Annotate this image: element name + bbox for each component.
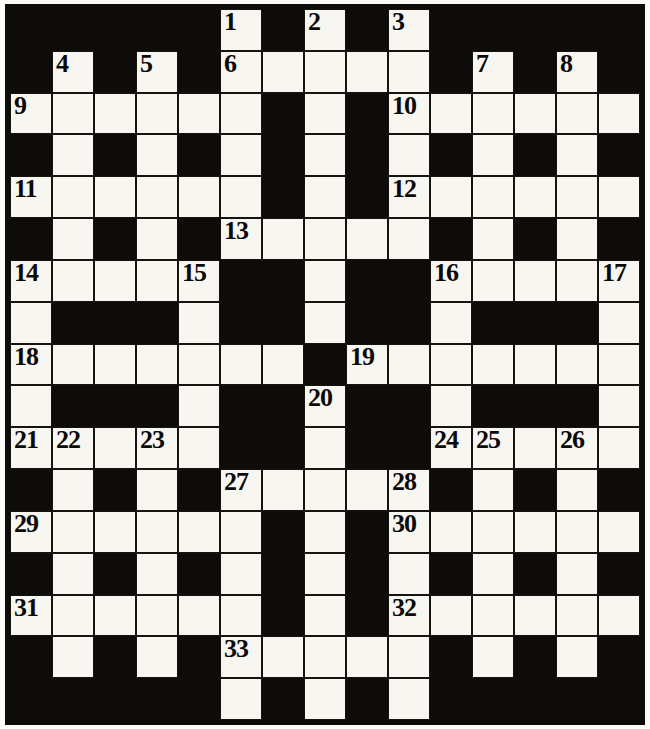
black-cell-r2c11 [430,51,472,93]
white-cell-r8c5[interactable] [178,302,220,344]
black-cell-r12c3 [94,469,136,511]
white-cell-r7c12[interactable] [472,260,514,302]
white-cell-r6c10[interactable] [388,218,430,260]
clue-number-23: 23 [140,427,164,453]
white-cell-r10c11[interactable] [430,385,472,427]
white-cell-r16c6[interactable]: 33 [220,636,262,678]
clue-number-25: 25 [476,427,500,453]
white-cell-r16c2[interactable] [52,636,94,678]
black-cell-r17c4 [136,678,178,720]
white-cell-r3c11[interactable] [430,93,472,135]
black-cell-r6c1 [10,218,52,260]
white-cell-r17c10[interactable] [388,678,430,720]
black-cell-r17c2 [52,678,94,720]
black-cell-r5c9 [346,176,388,218]
black-cell-r10c13 [514,385,556,427]
clue-number-6: 6 [224,51,236,77]
white-cell-r2c12[interactable]: 7 [472,51,514,93]
white-cell-r4c8[interactable] [304,134,346,176]
white-cell-r8c11[interactable] [430,302,472,344]
white-cell-r7c11[interactable]: 16 [430,260,472,302]
white-cell-r3c2[interactable] [52,93,94,135]
clue-number-7: 7 [476,51,488,77]
white-cell-r14c14[interactable] [556,553,598,595]
black-cell-r2c1 [10,51,52,93]
white-cell-r2c4[interactable]: 5 [136,51,178,93]
black-cell-r6c15 [598,218,640,260]
white-cell-r5c10[interactable]: 12 [388,176,430,218]
white-cell-r9c2[interactable] [52,344,94,386]
black-cell-r8c3 [94,302,136,344]
black-cell-r17c1 [10,678,52,720]
white-cell-r2c10[interactable] [388,51,430,93]
black-cell-r8c13 [514,302,556,344]
white-cell-r6c12[interactable] [472,218,514,260]
clue-number-1: 1 [224,9,236,35]
white-cell-r1c6[interactable]: 1 [220,9,262,51]
white-cell-r5c3[interactable] [94,176,136,218]
white-cell-r3c10[interactable]: 10 [388,93,430,135]
black-cell-r17c12 [472,678,514,720]
clue-number-26: 26 [560,427,584,453]
white-cell-r10c8[interactable]: 20 [304,385,346,427]
white-cell-r5c6[interactable] [220,176,262,218]
white-cell-r15c2[interactable] [52,595,94,637]
clue-number-9: 9 [14,93,26,119]
white-cell-r9c10[interactable] [388,344,430,386]
white-cell-r3c3[interactable] [94,93,136,135]
white-cell-r13c3[interactable] [94,511,136,553]
black-cell-r14c11 [430,553,472,595]
black-cell-r10c9 [346,385,388,427]
white-cell-r9c1[interactable]: 18 [10,344,52,386]
white-cell-r15c14[interactable] [556,595,598,637]
white-cell-r5c11[interactable] [430,176,472,218]
white-cell-r7c15[interactable]: 17 [598,260,640,302]
black-cell-r16c5 [178,636,220,678]
white-cell-r12c9[interactable] [346,469,388,511]
white-cell-r14c2[interactable] [52,553,94,595]
black-cell-r1c2 [52,9,94,51]
black-cell-r2c3 [94,51,136,93]
black-cell-r11c7 [262,427,304,469]
clue-number-4: 4 [56,51,68,77]
clue-number-11: 11 [14,176,37,202]
black-cell-r8c14 [556,302,598,344]
white-cell-r2c14[interactable]: 8 [556,51,598,93]
black-cell-r1c11 [430,9,472,51]
black-cell-r2c13 [514,51,556,93]
clue-number-14: 14 [14,260,38,286]
white-cell-r11c15[interactable] [598,427,640,469]
white-cell-r6c9[interactable] [346,218,388,260]
black-cell-r16c3 [94,636,136,678]
clue-number-2: 2 [308,9,320,35]
white-cell-r16c4[interactable] [136,636,178,678]
black-cell-r17c3 [94,678,136,720]
black-cell-r17c5 [178,678,220,720]
white-cell-r14c8[interactable] [304,553,346,595]
white-cell-r12c10[interactable]: 28 [388,469,430,511]
black-cell-r14c3 [94,553,136,595]
white-cell-r8c15[interactable] [598,302,640,344]
white-cell-r13c4[interactable] [136,511,178,553]
black-cell-r2c15 [598,51,640,93]
white-cell-r14c10[interactable] [388,553,430,595]
black-cell-r12c11 [430,469,472,511]
white-cell-r6c2[interactable] [52,218,94,260]
black-cell-r14c13 [514,553,556,595]
white-cell-r13c13[interactable] [514,511,556,553]
white-cell-r2c7[interactable] [262,51,304,93]
white-cell-r14c12[interactable] [472,553,514,595]
black-cell-r10c14 [556,385,598,427]
black-cell-r13c7 [262,511,304,553]
white-cell-r13c8[interactable] [304,511,346,553]
clue-number-29: 29 [14,511,38,537]
white-cell-r13c6[interactable] [220,511,262,553]
black-cell-r17c9 [346,678,388,720]
black-cell-r4c9 [346,134,388,176]
black-cell-r6c13 [514,218,556,260]
white-cell-r5c2[interactable] [52,176,94,218]
clue-number-19: 19 [350,344,374,370]
clue-number-5: 5 [140,51,152,77]
white-cell-r11c2[interactable]: 22 [52,427,94,469]
clue-number-18: 18 [14,344,38,370]
black-cell-r16c15 [598,636,640,678]
white-cell-r9c5[interactable] [178,344,220,386]
white-cell-r15c5[interactable] [178,595,220,637]
black-cell-r11c10 [388,427,430,469]
clue-number-10: 10 [392,93,416,119]
white-cell-r12c7[interactable] [262,469,304,511]
white-cell-r12c14[interactable] [556,469,598,511]
white-cell-r4c10[interactable] [388,134,430,176]
white-cell-r3c6[interactable] [220,93,262,135]
white-cell-r4c2[interactable] [52,134,94,176]
white-cell-r15c11[interactable] [430,595,472,637]
clue-number-20: 20 [308,385,332,411]
black-cell-r17c7 [262,678,304,720]
white-cell-r7c4[interactable] [136,260,178,302]
white-cell-r3c5[interactable] [178,93,220,135]
black-cell-r8c4 [136,302,178,344]
black-cell-r12c15 [598,469,640,511]
white-cell-r10c1[interactable] [10,385,52,427]
clue-number-17: 17 [602,260,626,286]
black-cell-r8c9 [346,302,388,344]
black-cell-r13c9 [346,511,388,553]
black-cell-r8c10 [388,302,430,344]
white-cell-r5c15[interactable] [598,176,640,218]
clue-number-32: 32 [392,595,416,621]
black-cell-r16c13 [514,636,556,678]
white-cell-r15c15[interactable] [598,595,640,637]
white-cell-r2c6[interactable]: 6 [220,51,262,93]
white-cell-r9c7[interactable] [262,344,304,386]
white-cell-r2c8[interactable] [304,51,346,93]
white-cell-r15c3[interactable] [94,595,136,637]
black-cell-r16c1 [10,636,52,678]
black-cell-r1c12 [472,9,514,51]
black-cell-r12c13 [514,469,556,511]
white-cell-r15c10[interactable]: 32 [388,595,430,637]
black-cell-r14c15 [598,553,640,595]
black-cell-r8c6 [220,302,262,344]
black-cell-r10c12 [472,385,514,427]
black-cell-r11c9 [346,427,388,469]
white-cell-r7c3[interactable] [94,260,136,302]
clue-number-15: 15 [182,260,206,286]
white-cell-r5c14[interactable] [556,176,598,218]
black-cell-r12c1 [10,469,52,511]
black-cell-r1c15 [598,9,640,51]
white-cell-r5c1[interactable]: 11 [10,176,52,218]
black-cell-r6c5 [178,218,220,260]
white-cell-r11c1[interactable]: 21 [10,427,52,469]
white-cell-r7c8[interactable] [304,260,346,302]
black-cell-r4c1 [10,134,52,176]
black-cell-r1c3 [94,9,136,51]
black-cell-r7c6 [220,260,262,302]
white-cell-r11c4[interactable]: 23 [136,427,178,469]
black-cell-r1c5 [178,9,220,51]
white-cell-r2c2[interactable]: 4 [52,51,94,93]
white-cell-r16c7[interactable] [262,636,304,678]
white-cell-r8c1[interactable] [10,302,52,344]
black-cell-r10c2 [52,385,94,427]
crossword-page: 1234567891011121314151617181920212223242… [0,0,650,729]
black-cell-r10c7 [262,385,304,427]
clue-number-27: 27 [224,469,248,495]
clue-number-8: 8 [560,51,572,77]
white-cell-r7c14[interactable] [556,260,598,302]
white-cell-r17c6[interactable] [220,678,262,720]
clue-number-24: 24 [434,427,458,453]
white-cell-r14c6[interactable] [220,553,262,595]
white-cell-r1c10[interactable]: 3 [388,9,430,51]
black-cell-r1c14 [556,9,598,51]
white-cell-r11c13[interactable] [514,427,556,469]
white-cell-r9c11[interactable] [430,344,472,386]
clue-number-33: 33 [224,636,248,662]
white-cell-r5c5[interactable] [178,176,220,218]
white-cell-r13c2[interactable] [52,511,94,553]
white-cell-r17c8[interactable] [304,678,346,720]
white-cell-r16c9[interactable] [346,636,388,678]
white-cell-r13c5[interactable] [178,511,220,553]
white-cell-r9c6[interactable] [220,344,262,386]
white-cell-r15c4[interactable] [136,595,178,637]
white-cell-r3c14[interactable] [556,93,598,135]
white-cell-r8c8[interactable] [304,302,346,344]
white-cell-r9c9[interactable]: 19 [346,344,388,386]
white-cell-r13c11[interactable] [430,511,472,553]
clue-number-16: 16 [434,260,458,286]
black-cell-r17c13 [514,678,556,720]
white-cell-r5c13[interactable] [514,176,556,218]
white-cell-r5c8[interactable] [304,176,346,218]
white-cell-r15c8[interactable] [304,595,346,637]
white-cell-r11c14[interactable]: 26 [556,427,598,469]
white-cell-r3c13[interactable] [514,93,556,135]
white-cell-r11c8[interactable] [304,427,346,469]
white-cell-r12c12[interactable] [472,469,514,511]
white-cell-r12c2[interactable] [52,469,94,511]
clue-number-3: 3 [392,9,404,35]
black-cell-r4c5 [178,134,220,176]
white-cell-r6c7[interactable] [262,218,304,260]
white-cell-r9c4[interactable] [136,344,178,386]
clue-number-22: 22 [56,427,80,453]
black-cell-r17c15 [598,678,640,720]
white-cell-r13c14[interactable] [556,511,598,553]
black-cell-r2c5 [178,51,220,93]
black-cell-r14c9 [346,553,388,595]
white-cell-r13c10[interactable]: 30 [388,511,430,553]
white-cell-r2c9[interactable] [346,51,388,93]
white-cell-r15c13[interactable] [514,595,556,637]
black-cell-r4c15 [598,134,640,176]
white-cell-r12c4[interactable] [136,469,178,511]
black-cell-r6c3 [94,218,136,260]
black-cell-r17c14 [556,678,598,720]
black-cell-r17c11 [430,678,472,720]
white-cell-r3c4[interactable] [136,93,178,135]
white-cell-r16c8[interactable] [304,636,346,678]
black-cell-r3c9 [346,93,388,135]
white-cell-r7c13[interactable] [514,260,556,302]
white-cell-r13c1[interactable]: 29 [10,511,52,553]
clue-number-31: 31 [14,595,38,621]
white-cell-r7c5[interactable]: 15 [178,260,220,302]
black-cell-r4c3 [94,134,136,176]
black-cell-r14c5 [178,553,220,595]
black-cell-r1c4 [136,9,178,51]
white-cell-r5c12[interactable] [472,176,514,218]
white-cell-r11c5[interactable] [178,427,220,469]
white-cell-r3c1[interactable]: 9 [10,93,52,135]
black-cell-r4c11 [430,134,472,176]
white-cell-r11c3[interactable] [94,427,136,469]
white-cell-r1c8[interactable]: 2 [304,9,346,51]
black-cell-r1c13 [514,9,556,51]
black-cell-r11c6 [220,427,262,469]
white-cell-r4c12[interactable] [472,134,514,176]
black-cell-r6c11 [430,218,472,260]
white-cell-r16c14[interactable] [556,636,598,678]
black-cell-r8c7 [262,302,304,344]
white-cell-r4c6[interactable] [220,134,262,176]
white-cell-r6c14[interactable] [556,218,598,260]
white-cell-r16c10[interactable] [388,636,430,678]
black-cell-r3c7 [262,93,304,135]
black-cell-r15c9 [346,595,388,637]
clue-number-30: 30 [392,511,416,537]
black-cell-r7c9 [346,260,388,302]
white-cell-r3c15[interactable] [598,93,640,135]
black-cell-r12c5 [178,469,220,511]
white-cell-r9c13[interactable] [514,344,556,386]
white-cell-r12c8[interactable] [304,469,346,511]
white-cell-r5c4[interactable] [136,176,178,218]
black-cell-r14c7 [262,553,304,595]
clue-number-13: 13 [224,218,248,244]
white-cell-r15c1[interactable]: 31 [10,595,52,637]
white-cell-r14c4[interactable] [136,553,178,595]
black-cell-r1c7 [262,9,304,51]
white-cell-r11c12[interactable]: 25 [472,427,514,469]
white-cell-r9c15[interactable] [598,344,640,386]
white-cell-r12c6[interactable]: 27 [220,469,262,511]
black-cell-r1c1 [10,9,52,51]
black-cell-r1c9 [346,9,388,51]
black-cell-r10c3 [94,385,136,427]
white-cell-r10c5[interactable] [178,385,220,427]
white-cell-r15c12[interactable] [472,595,514,637]
white-cell-r4c4[interactable] [136,134,178,176]
black-cell-r10c4 [136,385,178,427]
white-cell-r9c14[interactable] [556,344,598,386]
black-cell-r5c7 [262,176,304,218]
white-cell-r7c2[interactable] [52,260,94,302]
white-cell-r7c1[interactable]: 14 [10,260,52,302]
white-cell-r9c12[interactable] [472,344,514,386]
white-cell-r16c12[interactable] [472,636,514,678]
white-cell-r10c15[interactable] [598,385,640,427]
white-cell-r15c6[interactable] [220,595,262,637]
black-cell-r14c1 [10,553,52,595]
black-cell-r9c8 [304,344,346,386]
crossword-grid: 1234567891011121314151617181920212223242… [5,4,645,725]
clue-number-12: 12 [392,176,416,202]
black-cell-r16c11 [430,636,472,678]
white-cell-r6c8[interactable] [304,218,346,260]
black-cell-r4c13 [514,134,556,176]
clue-number-28: 28 [392,469,416,495]
white-cell-r6c6[interactable]: 13 [220,218,262,260]
black-cell-r7c10 [388,260,430,302]
black-cell-r8c2 [52,302,94,344]
clue-number-21: 21 [14,427,38,453]
white-cell-r3c8[interactable] [304,93,346,135]
white-cell-r13c12[interactable] [472,511,514,553]
white-cell-r3c12[interactable] [472,93,514,135]
white-cell-r6c4[interactable] [136,218,178,260]
white-cell-r13c15[interactable] [598,511,640,553]
black-cell-r10c6 [220,385,262,427]
black-cell-r8c12 [472,302,514,344]
black-cell-r4c7 [262,134,304,176]
black-cell-r15c7 [262,595,304,637]
white-cell-r9c3[interactable] [94,344,136,386]
white-cell-r11c11[interactable]: 24 [430,427,472,469]
black-cell-r7c7 [262,260,304,302]
white-cell-r4c14[interactable] [556,134,598,176]
black-cell-r10c10 [388,385,430,427]
